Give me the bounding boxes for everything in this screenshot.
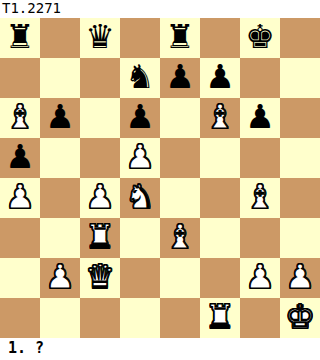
square-f4[interactable] bbox=[200, 178, 240, 218]
square-d8[interactable] bbox=[120, 18, 160, 58]
square-f2[interactable] bbox=[200, 258, 240, 298]
white-queen-piece[interactable]: ♛ bbox=[80, 258, 120, 298]
square-b3[interactable] bbox=[40, 218, 80, 258]
white-king-piece[interactable]: ♚ bbox=[280, 298, 320, 338]
black-pawn-piece[interactable]: ♟ bbox=[40, 98, 80, 138]
white-pawn-piece[interactable]: ♟ bbox=[240, 258, 280, 298]
white-knight-piece[interactable]: ♞ bbox=[120, 178, 160, 218]
square-d3[interactable] bbox=[120, 218, 160, 258]
puzzle-id: T1.2271 bbox=[0, 0, 320, 18]
square-c3[interactable]: ♜ bbox=[80, 218, 120, 258]
square-h7[interactable] bbox=[280, 58, 320, 98]
square-e2[interactable] bbox=[160, 258, 200, 298]
black-knight-piece[interactable]: ♞ bbox=[120, 58, 160, 98]
white-pawn-piece[interactable]: ♟ bbox=[280, 258, 320, 298]
white-pawn-piece[interactable]: ♟ bbox=[120, 138, 160, 178]
square-g1[interactable] bbox=[240, 298, 280, 338]
chess-board: ♜♛♜♚♞♟♟♝♟♟♝♟♟♟♟♟♞♝♜♝♟♛♟♟♜♚ bbox=[0, 18, 320, 338]
square-g6[interactable]: ♟ bbox=[240, 98, 280, 138]
black-pawn-piece[interactable]: ♟ bbox=[200, 58, 240, 98]
square-a2[interactable] bbox=[0, 258, 40, 298]
square-d4[interactable]: ♞ bbox=[120, 178, 160, 218]
square-b6[interactable]: ♟ bbox=[40, 98, 80, 138]
square-a4[interactable]: ♟ bbox=[0, 178, 40, 218]
square-d2[interactable] bbox=[120, 258, 160, 298]
square-a8[interactable]: ♜ bbox=[0, 18, 40, 58]
move-prompt: 1. ? bbox=[0, 338, 320, 360]
square-e3[interactable]: ♝ bbox=[160, 218, 200, 258]
square-f3[interactable] bbox=[200, 218, 240, 258]
square-a1[interactable] bbox=[0, 298, 40, 338]
square-f7[interactable]: ♟ bbox=[200, 58, 240, 98]
square-g4[interactable]: ♝ bbox=[240, 178, 280, 218]
square-c8[interactable]: ♛ bbox=[80, 18, 120, 58]
square-a6[interactable]: ♝ bbox=[0, 98, 40, 138]
square-b8[interactable] bbox=[40, 18, 80, 58]
square-h2[interactable]: ♟ bbox=[280, 258, 320, 298]
black-pawn-piece[interactable]: ♟ bbox=[120, 98, 160, 138]
black-pawn-piece[interactable]: ♟ bbox=[160, 58, 200, 98]
white-bishop-piece[interactable]: ♝ bbox=[160, 218, 200, 258]
black-pawn-piece[interactable]: ♟ bbox=[0, 138, 40, 178]
black-pawn-piece[interactable]: ♟ bbox=[240, 98, 280, 138]
square-e5[interactable] bbox=[160, 138, 200, 178]
square-a5[interactable]: ♟ bbox=[0, 138, 40, 178]
white-pawn-piece[interactable]: ♟ bbox=[80, 178, 120, 218]
square-g5[interactable] bbox=[240, 138, 280, 178]
white-bishop-piece[interactable]: ♝ bbox=[0, 98, 40, 138]
black-rook-piece[interactable]: ♜ bbox=[160, 18, 200, 58]
square-h1[interactable]: ♚ bbox=[280, 298, 320, 338]
square-b7[interactable] bbox=[40, 58, 80, 98]
square-e4[interactable] bbox=[160, 178, 200, 218]
white-rook-piece[interactable]: ♜ bbox=[80, 218, 120, 258]
square-c1[interactable] bbox=[80, 298, 120, 338]
square-h4[interactable] bbox=[280, 178, 320, 218]
square-e7[interactable]: ♟ bbox=[160, 58, 200, 98]
square-g3[interactable] bbox=[240, 218, 280, 258]
square-c6[interactable] bbox=[80, 98, 120, 138]
square-b1[interactable] bbox=[40, 298, 80, 338]
square-d6[interactable]: ♟ bbox=[120, 98, 160, 138]
black-queen-piece[interactable]: ♛ bbox=[80, 18, 120, 58]
square-c7[interactable] bbox=[80, 58, 120, 98]
chess-puzzle-page: T1.2271 ♜♛♜♚♞♟♟♝♟♟♝♟♟♟♟♟♞♝♜♝♟♛♟♟♜♚ 1. ? bbox=[0, 0, 320, 360]
black-rook-piece[interactable]: ♜ bbox=[0, 18, 40, 58]
square-h8[interactable] bbox=[280, 18, 320, 58]
white-rook-piece[interactable]: ♜ bbox=[200, 298, 240, 338]
square-c5[interactable] bbox=[80, 138, 120, 178]
square-d7[interactable]: ♞ bbox=[120, 58, 160, 98]
square-h5[interactable] bbox=[280, 138, 320, 178]
square-f8[interactable] bbox=[200, 18, 240, 58]
square-b4[interactable] bbox=[40, 178, 80, 218]
square-b5[interactable] bbox=[40, 138, 80, 178]
square-c2[interactable]: ♛ bbox=[80, 258, 120, 298]
square-d5[interactable]: ♟ bbox=[120, 138, 160, 178]
square-g7[interactable] bbox=[240, 58, 280, 98]
square-a7[interactable] bbox=[0, 58, 40, 98]
white-pawn-piece[interactable]: ♟ bbox=[40, 258, 80, 298]
square-h6[interactable] bbox=[280, 98, 320, 138]
square-b2[interactable]: ♟ bbox=[40, 258, 80, 298]
white-bishop-piece[interactable]: ♝ bbox=[240, 178, 280, 218]
square-f5[interactable] bbox=[200, 138, 240, 178]
square-e8[interactable]: ♜ bbox=[160, 18, 200, 58]
square-g8[interactable]: ♚ bbox=[240, 18, 280, 58]
square-g2[interactable]: ♟ bbox=[240, 258, 280, 298]
square-h3[interactable] bbox=[280, 218, 320, 258]
square-c4[interactable]: ♟ bbox=[80, 178, 120, 218]
black-king-piece[interactable]: ♚ bbox=[240, 18, 280, 58]
square-d1[interactable] bbox=[120, 298, 160, 338]
square-f6[interactable]: ♝ bbox=[200, 98, 240, 138]
square-f1[interactable]: ♜ bbox=[200, 298, 240, 338]
square-a3[interactable] bbox=[0, 218, 40, 258]
white-bishop-piece[interactable]: ♝ bbox=[200, 98, 240, 138]
white-pawn-piece[interactable]: ♟ bbox=[0, 178, 40, 218]
square-e1[interactable] bbox=[160, 298, 200, 338]
square-e6[interactable] bbox=[160, 98, 200, 138]
